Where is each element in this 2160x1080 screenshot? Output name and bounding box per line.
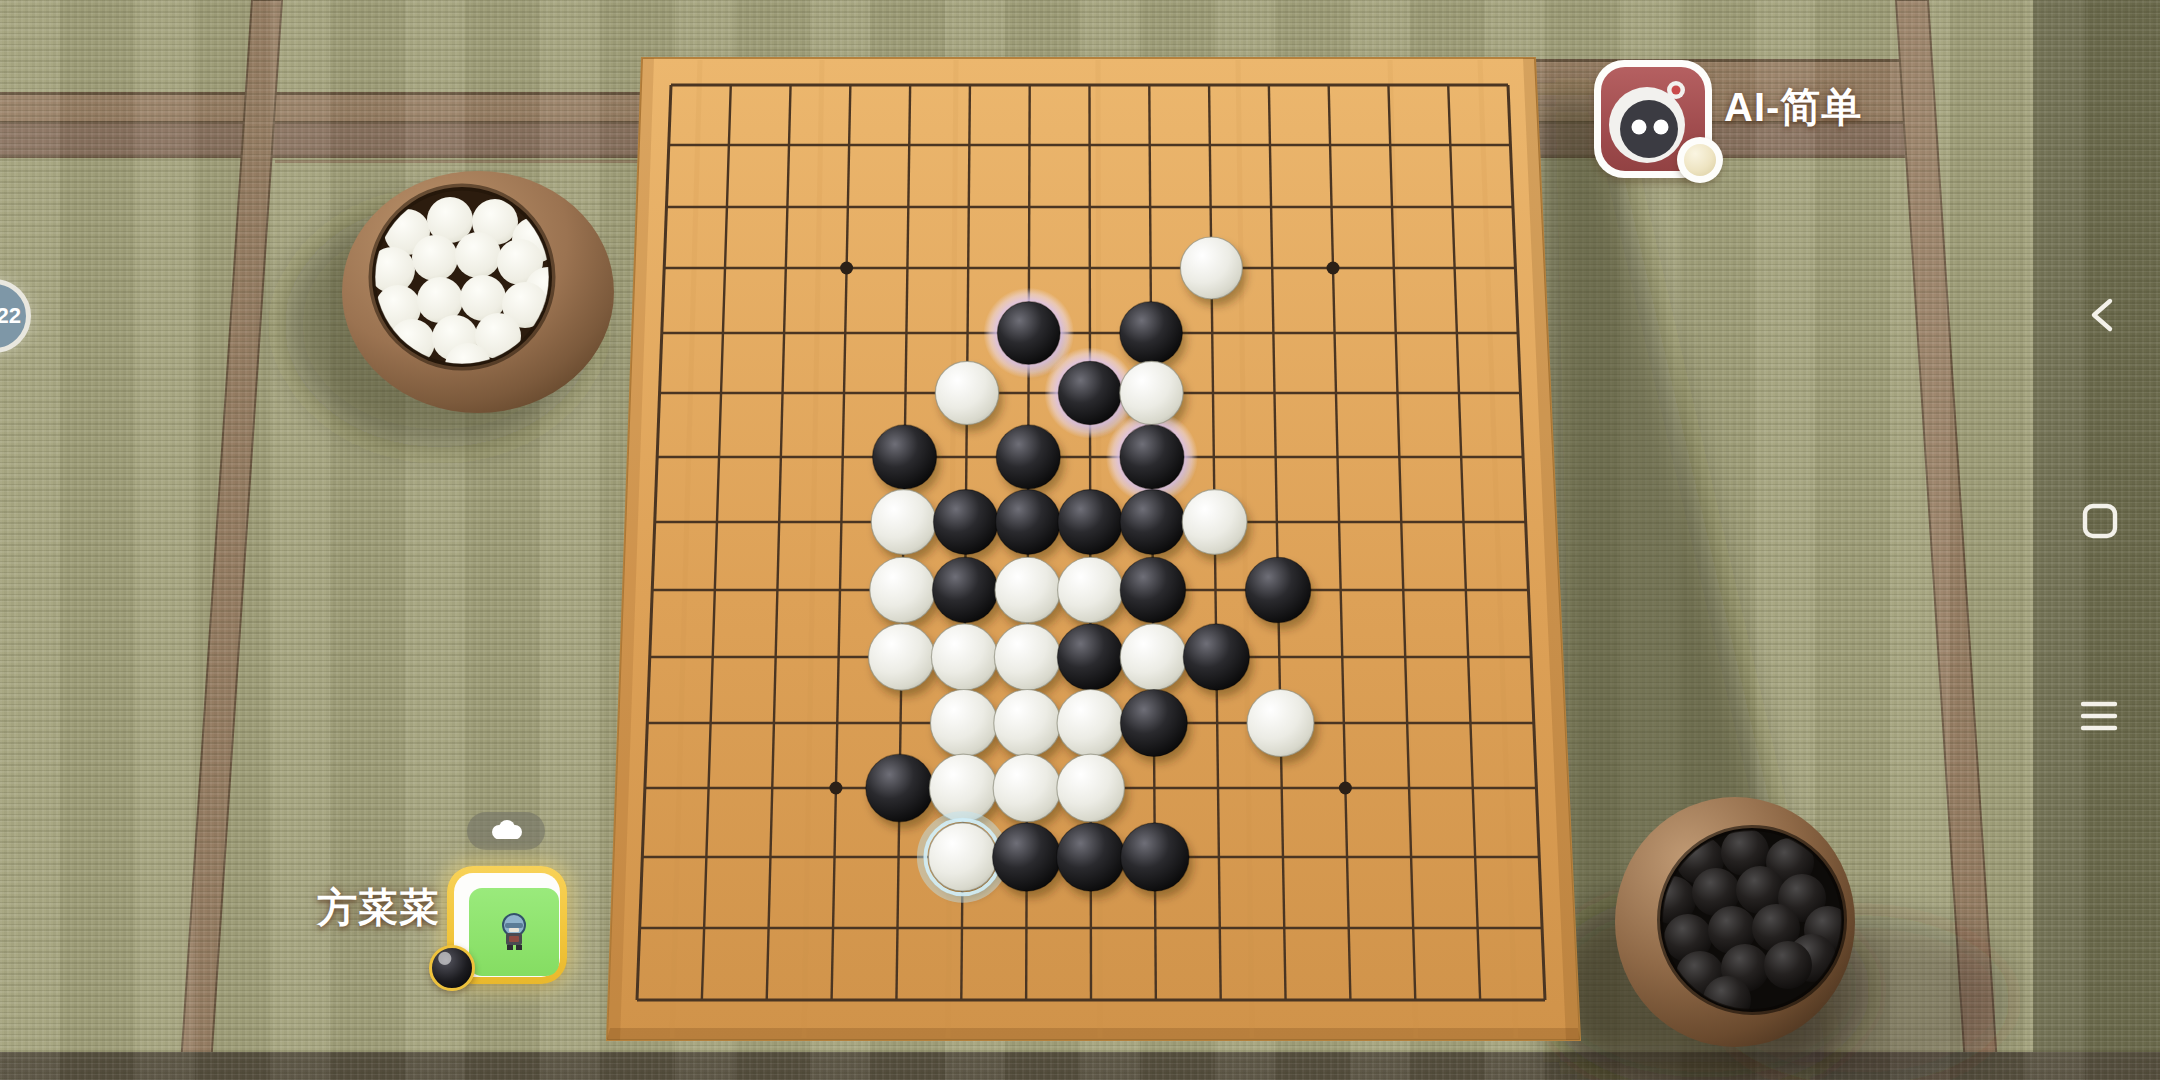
stone-white-9-4 (868, 624, 934, 690)
stone-white-7-4 (871, 490, 936, 555)
stone-white-8-7 (1058, 557, 1124, 623)
player-side-stone-badge (429, 945, 475, 991)
white-stone-bowl (342, 171, 614, 413)
stone-black-6-8 (1120, 425, 1184, 489)
ai-name-label: AI-简单 (1724, 80, 1862, 135)
stone-black-12-7 (1057, 823, 1125, 891)
cloud-icon (487, 819, 525, 843)
stone-black-12-8 (1121, 823, 1189, 891)
stone-black-5-7 (1058, 361, 1121, 424)
stone-black-8-8 (1120, 557, 1186, 623)
stone-white-10-7 (1057, 690, 1124, 757)
player-name-label: 方菜菜 (240, 880, 440, 935)
stone-black-7-8 (1120, 490, 1185, 555)
stone-white-5-8 (1120, 361, 1183, 424)
stone-white-11-7 (1057, 754, 1125, 822)
stone-white-7-9 (1182, 490, 1247, 555)
stone-white-9-6 (994, 624, 1060, 690)
stone-black-7-5 (933, 490, 998, 555)
white-stone-icon (1684, 144, 1716, 176)
stone-white-8-4 (870, 557, 936, 623)
edge-counter-value: 22 (0, 303, 21, 329)
stone-black-9-7 (1057, 624, 1123, 690)
stone-black-10-8 (1120, 690, 1187, 757)
stone-black-4-8 (1120, 302, 1183, 365)
stone-white-9-8 (1120, 624, 1186, 690)
stone-white-10-6 (994, 690, 1061, 757)
chat-bubble-button[interactable] (467, 812, 545, 850)
stone-black-12-6 (992, 823, 1060, 891)
stone-white-5-5 (935, 361, 998, 424)
stone-black-4-6 (997, 302, 1060, 365)
stone-black-7-7 (1058, 490, 1123, 555)
ai-side-stone-badge (1677, 137, 1723, 183)
stone-white-8-6 (995, 557, 1061, 623)
stone-black-6-6 (996, 425, 1060, 489)
stone-black-7-6 (996, 490, 1061, 555)
stone-black-6-4 (873, 425, 937, 489)
stone-white-10-10 (1247, 690, 1314, 757)
stone-black-9-9 (1183, 624, 1249, 690)
stone-black-11-4 (866, 754, 934, 822)
stone-white-3-9 (1180, 237, 1242, 299)
stone-black-8-5 (932, 557, 998, 623)
stone-white-10-5 (930, 690, 997, 757)
game-screen: AI-简单 方菜菜 22 (0, 0, 2160, 1080)
android-nav-bar (2040, 260, 2160, 820)
stone-white-9-5 (931, 624, 997, 690)
menu-icon[interactable] (2083, 704, 2115, 728)
stone-white-12-5 (928, 823, 996, 891)
pixel-character-icon (469, 888, 559, 976)
recents-icon[interactable] (2085, 506, 2115, 536)
back-icon[interactable] (2094, 301, 2110, 329)
stone-black-8-10 (1245, 557, 1311, 623)
stone-white-11-6 (993, 754, 1061, 822)
black-stone-bowl (1615, 797, 1855, 1047)
